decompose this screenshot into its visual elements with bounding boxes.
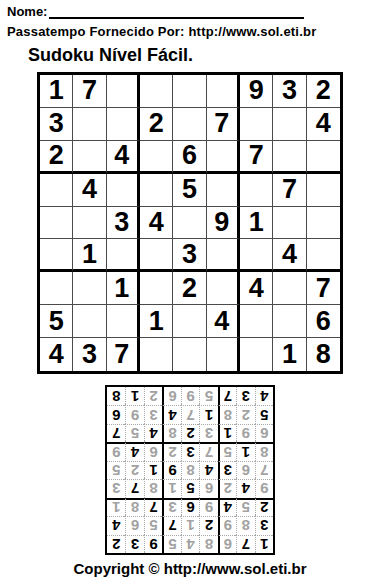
puzzle-cell-r1c1: 1: [40, 75, 73, 108]
solution-cell-r4c1: 9: [255, 479, 273, 497]
solution-cell-r6c3: 5: [218, 442, 236, 460]
solution-grid: 1768459323892175642549637819426518737634…: [105, 385, 275, 555]
solution-cell-r4c3: 2: [218, 479, 236, 497]
solution-cell-r1c2: 7: [236, 535, 254, 553]
solution-cell-r2c4: 2: [199, 516, 217, 534]
puzzle-cell-r5c3: 3: [107, 207, 140, 240]
page-title: Sudoku Nível Fácil.: [28, 45, 374, 66]
puzzle-cell-r8c9: 6: [307, 305, 340, 338]
solution-cell-r9c3: 7: [218, 387, 236, 405]
puzzle-cell-r8c1: 5: [40, 305, 73, 338]
solution-cell-r7c1: 6: [255, 424, 273, 442]
puzzle-cell-r1c9: 2: [307, 75, 340, 108]
puzzle-cell-r3c3: 4: [107, 141, 140, 174]
solution-cell-r1c7: 9: [144, 535, 162, 553]
puzzle-cell-r7c4[interactable]: [140, 272, 173, 305]
puzzle-cell-r5c8[interactable]: [273, 207, 306, 240]
puzzle-cell-r7c2[interactable]: [73, 272, 106, 305]
puzzle-cell-r9c1: 4: [40, 338, 73, 371]
solution-cell-r2c5: 1: [181, 516, 199, 534]
puzzle-cell-r2c9: 4: [307, 108, 340, 141]
solution-cell-r8c5: 7: [181, 405, 199, 423]
solution-cell-r2c1: 3: [255, 516, 273, 534]
puzzle-cell-r8c5[interactable]: [173, 305, 206, 338]
solution-cell-r1c9: 2: [107, 535, 125, 553]
puzzle-cell-r3c2[interactable]: [73, 141, 106, 174]
solution-cell-r2c3: 9: [218, 516, 236, 534]
solution-cell-r6c9: 9: [107, 442, 125, 460]
puzzle-cell-r8c8[interactable]: [273, 305, 306, 338]
solution-cell-r2c9: 4: [107, 516, 125, 534]
solution-cell-r4c7: 8: [144, 479, 162, 497]
puzzle-cell-r8c6: 4: [207, 305, 240, 338]
puzzle-cell-r9c7[interactable]: [240, 338, 273, 371]
solution-cell-r5c9: 5: [107, 461, 125, 479]
solution-cell-r4c5: 5: [181, 479, 199, 497]
solution-cell-r8c7: 3: [144, 405, 162, 423]
puzzle-cell-r7c3: 1: [107, 272, 140, 305]
name-field-row: Nome:: [7, 4, 304, 19]
puzzle-cell-r3c7: 7: [240, 141, 273, 174]
solution-cell-r5c6: 9: [162, 461, 180, 479]
solution-cell-r1c8: 3: [125, 535, 143, 553]
solution-cell-r1c5: 4: [181, 535, 199, 553]
puzzle-cell-r8c7[interactable]: [240, 305, 273, 338]
solution-cell-r4c9: 3: [107, 479, 125, 497]
puzzle-cell-r9c3: 7: [107, 338, 140, 371]
puzzle-cell-r5c2[interactable]: [73, 207, 106, 240]
provided-by-text: Passatempo Fornecido Por: http://www.sol…: [7, 24, 374, 39]
puzzle-cell-r7c1[interactable]: [40, 272, 73, 305]
solution-cell-r7c7: 4: [144, 424, 162, 442]
solution-cell-r8c3: 8: [218, 405, 236, 423]
puzzle-cell-r1c7: 9: [240, 75, 273, 108]
puzzle-cell-r2c1: 3: [40, 108, 73, 141]
solution-cell-r1c6: 5: [162, 535, 180, 553]
puzzle-cell-r1c8: 3: [273, 75, 306, 108]
puzzle-cell-r9c9: 8: [307, 338, 340, 371]
solution-cell-r3c8: 8: [125, 498, 143, 516]
solution-cell-r4c4: 6: [199, 479, 217, 497]
solution-cell-r1c1: 1: [255, 535, 273, 553]
solution-cell-r8c6: 4: [162, 405, 180, 423]
solution-cell-r5c8: 2: [125, 461, 143, 479]
solution-cell-r8c8: 9: [125, 405, 143, 423]
solution-cell-r6c6: 2: [162, 442, 180, 460]
name-fill-in-line[interactable]: [49, 4, 304, 19]
puzzle-cell-r5c4: 4: [140, 207, 173, 240]
solution-cell-r7c8: 5: [125, 424, 143, 442]
solution-cell-r4c2: 4: [236, 479, 254, 497]
solution-cell-r8c2: 2: [236, 405, 254, 423]
puzzle-cell-r5c6: 9: [207, 207, 240, 240]
solution-cell-r5c7: 1: [144, 461, 162, 479]
puzzle-cell-r1c4[interactable]: [140, 75, 173, 108]
solution-cell-r3c4: 9: [199, 498, 217, 516]
puzzle-cell-r9c6[interactable]: [207, 338, 240, 371]
sudoku-grid: 179323274246745734911341247514643718: [37, 72, 343, 374]
solution-cell-r9c2: 3: [236, 387, 254, 405]
solution-cell-r2c8: 6: [125, 516, 143, 534]
puzzle-cell-r1c6[interactable]: [207, 75, 240, 108]
puzzle-cell-r9c2: 3: [73, 338, 106, 371]
puzzle-cell-r2c8[interactable]: [273, 108, 306, 141]
solution-cell-r5c1: 7: [255, 461, 273, 479]
solution-cell-r6c5: 3: [181, 442, 199, 460]
puzzle-cell-r6c4[interactable]: [140, 239, 173, 272]
solution-cell-r3c9: 1: [107, 498, 125, 516]
puzzle-cell-r6c3[interactable]: [107, 239, 140, 272]
puzzle-cell-r8c2[interactable]: [73, 305, 106, 338]
puzzle-cell-r7c6[interactable]: [207, 272, 240, 305]
puzzle-cell-r5c7: 1: [240, 207, 273, 240]
solution-cell-r7c5: 2: [181, 424, 199, 442]
puzzle-cell-r6c5: 3: [173, 239, 206, 272]
solution-cell-r8c4: 1: [199, 405, 217, 423]
puzzle-cell-r6c8: 4: [273, 239, 306, 272]
name-label: Nome:: [7, 4, 47, 19]
solution-cell-r7c2: 9: [236, 424, 254, 442]
solution-cell-r2c2: 8: [236, 516, 254, 534]
solution-cell-r3c1: 2: [255, 498, 273, 516]
solution-cell-r4c6: 1: [162, 479, 180, 497]
puzzle-cell-r3c1: 2: [40, 141, 73, 174]
puzzle-cell-r4c1[interactable]: [40, 174, 73, 207]
solution-cell-r7c9: 7: [107, 424, 125, 442]
solution-cell-r5c3: 3: [218, 461, 236, 479]
solution-cell-r6c7: 6: [144, 442, 162, 460]
puzzle-cell-r2c4: 2: [140, 108, 173, 141]
solution-cell-r9c9: 8: [107, 387, 125, 405]
solution-cell-r6c8: 4: [125, 442, 143, 460]
solution-cell-r8c1: 5: [255, 405, 273, 423]
puzzle-cell-r4c2: 4: [73, 174, 106, 207]
solution-cell-r9c1: 4: [255, 387, 273, 405]
puzzle-cell-r2c3[interactable]: [107, 108, 140, 141]
page-header: Nome: Passatempo Fornecido Por: http://w…: [0, 0, 380, 66]
solution-cell-r9c4: 5: [199, 387, 217, 405]
puzzle-cell-r5c1[interactable]: [40, 207, 73, 240]
puzzle-cell-r3c5: 6: [173, 141, 206, 174]
solution-cell-r2c6: 7: [162, 516, 180, 534]
puzzle-cell-r3c6[interactable]: [207, 141, 240, 174]
puzzle-cell-r1c2: 7: [73, 75, 106, 108]
puzzle-cell-r8c3[interactable]: [107, 305, 140, 338]
solution-cell-r3c5: 6: [181, 498, 199, 516]
solution-cell-r2c7: 5: [144, 516, 162, 534]
puzzle-cell-r2c6: 7: [207, 108, 240, 141]
solution-cell-r6c1: 8: [255, 442, 273, 460]
puzzle-cell-r6c9[interactable]: [307, 239, 340, 272]
puzzle-cell-r4c8: 7: [273, 174, 306, 207]
puzzle-cell-r7c5: 2: [173, 272, 206, 305]
solution-cell-r1c4: 8: [199, 535, 217, 553]
solution-cell-r7c6: 8: [162, 424, 180, 442]
solution-cell-r3c7: 7: [144, 498, 162, 516]
puzzle-cell-r8c4: 1: [140, 305, 173, 338]
puzzle-cell-r7c9: 7: [307, 272, 340, 305]
puzzle-cell-r4c3[interactable]: [107, 174, 140, 207]
puzzle-cell-r6c7[interactable]: [240, 239, 273, 272]
puzzle-cell-r7c8[interactable]: [273, 272, 306, 305]
solution-cell-r3c2: 5: [236, 498, 254, 516]
puzzle-cell-r3c9[interactable]: [307, 141, 340, 174]
copyright-text: Copyright © http://www.sol.eti.br: [0, 560, 380, 577]
puzzle-cell-r6c6[interactable]: [207, 239, 240, 272]
puzzle-cell-r6c1[interactable]: [40, 239, 73, 272]
puzzle-cell-r2c2[interactable]: [73, 108, 106, 141]
solution-cell-r1c3: 6: [218, 535, 236, 553]
puzzle-cell-r6c2: 1: [73, 239, 106, 272]
solution-cell-r9c5: 9: [181, 387, 199, 405]
solution-cell-r7c4: 3: [199, 424, 217, 442]
solution-cell-r3c6: 3: [162, 498, 180, 516]
puzzle-cell-r1c3[interactable]: [107, 75, 140, 108]
puzzle-cell-r9c5[interactable]: [173, 338, 206, 371]
puzzle-cell-r2c5[interactable]: [173, 108, 206, 141]
solution-cell-r5c5: 8: [181, 461, 199, 479]
solution-cell-r9c7: 2: [144, 387, 162, 405]
puzzle-cell-r5c5[interactable]: [173, 207, 206, 240]
solution-cell-r9c8: 1: [125, 387, 143, 405]
puzzle-cell-r4c7[interactable]: [240, 174, 273, 207]
solution-cell-r6c2: 1: [236, 442, 254, 460]
puzzle-cell-r3c4[interactable]: [140, 141, 173, 174]
puzzle-cell-r5c9[interactable]: [307, 207, 340, 240]
solution-cell-r6c4: 7: [199, 442, 217, 460]
solution-cell-r7c3: 1: [218, 424, 236, 442]
solution-cell-r5c2: 6: [236, 461, 254, 479]
solution-cell-r4c8: 7: [125, 479, 143, 497]
puzzle-cell-r4c6[interactable]: [207, 174, 240, 207]
puzzle-cell-r1c5[interactable]: [173, 75, 206, 108]
solution-cell-r9c6: 6: [162, 387, 180, 405]
puzzle-cell-r4c4[interactable]: [140, 174, 173, 207]
puzzle-cell-r9c4[interactable]: [140, 338, 173, 371]
puzzle-cell-r7c7: 4: [240, 272, 273, 305]
solution-cell-r8c9: 6: [107, 405, 125, 423]
solution-cell-r5c4: 4: [199, 461, 217, 479]
puzzle-cell-r4c9[interactable]: [307, 174, 340, 207]
puzzle-cell-r9c8: 1: [273, 338, 306, 371]
puzzle-cell-r3c8[interactable]: [273, 141, 306, 174]
solution-cell-r3c3: 4: [218, 498, 236, 516]
puzzle-cell-r2c7[interactable]: [240, 108, 273, 141]
puzzle-cell-r4c5: 5: [173, 174, 206, 207]
